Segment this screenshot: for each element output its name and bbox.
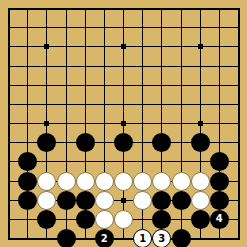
stone-black <box>57 229 76 247</box>
stone-black <box>191 133 210 152</box>
stone-white <box>191 191 210 210</box>
stone-black <box>172 191 191 210</box>
stone-black <box>172 229 191 247</box>
stone-white <box>37 172 56 191</box>
stone-white <box>76 172 95 191</box>
stone-black <box>152 191 171 210</box>
stone-black-move-2: 2 <box>95 229 114 247</box>
stone-white <box>152 172 171 191</box>
stone-black <box>18 191 37 210</box>
grid-line-horizontal <box>9 161 239 162</box>
stone-white <box>95 210 114 229</box>
stone-black <box>76 133 95 152</box>
stone-white <box>191 172 210 191</box>
stone-white-move-1: 1 <box>133 229 152 247</box>
stone-black <box>191 210 210 229</box>
stone-white <box>172 172 191 191</box>
star-point <box>44 44 49 49</box>
stone-white <box>95 172 114 191</box>
stone-black-move-4: 4 <box>210 210 229 229</box>
stone-black <box>57 191 76 210</box>
stone-white <box>133 172 152 191</box>
star-point <box>44 121 49 126</box>
go-board: 4213 <box>0 0 247 247</box>
star-point <box>121 198 126 203</box>
stone-white <box>114 210 133 229</box>
stone-black <box>76 191 95 210</box>
stone-white <box>114 172 133 191</box>
stone-white <box>95 191 114 210</box>
stone-black <box>76 210 95 229</box>
star-point <box>198 44 203 49</box>
stone-white <box>133 191 152 210</box>
stone-white <box>37 191 56 210</box>
go-diagram: 4213 <box>0 0 247 247</box>
stone-white-move-3: 3 <box>152 229 171 247</box>
star-point <box>198 121 203 126</box>
stone-white <box>57 172 76 191</box>
star-point <box>121 44 126 49</box>
stone-black <box>210 191 229 210</box>
stone-black <box>210 172 229 191</box>
star-point <box>121 121 126 126</box>
stone-black <box>18 172 37 191</box>
